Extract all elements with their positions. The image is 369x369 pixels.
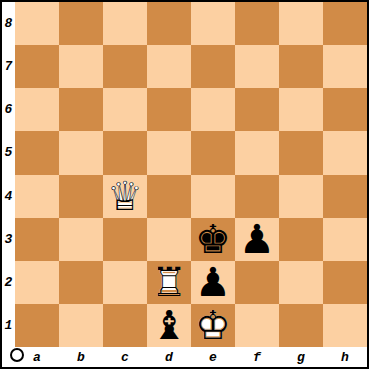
square-b2[interactable] [59,261,103,304]
square-c7[interactable] [103,45,147,88]
square-h6[interactable] [323,88,367,131]
square-d7[interactable] [147,45,191,88]
piece-black-pawn-e2[interactable]: ♟ [191,261,235,304]
square-a4[interactable] [15,175,59,218]
square-g8[interactable] [279,2,323,45]
square-f3[interactable]: ♟ [235,218,279,261]
square-f8[interactable] [235,2,279,45]
square-c6[interactable] [103,88,147,131]
square-f5[interactable] [235,131,279,174]
square-d8[interactable] [147,2,191,45]
square-h3[interactable] [323,218,367,261]
square-h1[interactable] [323,304,367,347]
square-g6[interactable] [279,88,323,131]
white-rook-glyph-outline: ♖ [151,262,187,302]
square-f2[interactable] [235,261,279,304]
square-b4[interactable] [59,175,103,218]
white-king-glyph-outline: ♔ [195,305,231,345]
rank-label-1: 1 [2,304,15,347]
square-a3[interactable] [15,218,59,261]
piece-white-queen-c4[interactable]: ♛♕ [103,175,147,218]
square-e7[interactable] [191,45,235,88]
square-h5[interactable] [323,131,367,174]
square-d6[interactable] [147,88,191,131]
file-label-f: f [235,347,279,367]
white-to-move-indicator [10,348,24,362]
square-c3[interactable] [103,218,147,261]
piece-black-king-e3[interactable]: ♚ [191,218,235,261]
square-g2[interactable] [279,261,323,304]
square-d5[interactable] [147,131,191,174]
square-f4[interactable] [235,175,279,218]
white-queen-glyph-outline: ♕ [107,176,143,216]
square-c5[interactable] [103,131,147,174]
rank-label-3: 3 [2,218,15,261]
file-label-c: c [103,347,147,367]
square-e2[interactable]: ♟ [191,261,235,304]
rank-label-5: 5 [2,131,15,174]
piece-black-bishop-d1[interactable]: ♝ [147,304,191,347]
file-label-h: h [323,347,367,367]
square-g3[interactable] [279,218,323,261]
square-a8[interactable] [15,2,59,45]
square-c4[interactable]: ♛♕ [103,175,147,218]
file-label-b: b [59,347,103,367]
square-g5[interactable] [279,131,323,174]
square-d3[interactable] [147,218,191,261]
rank-label-4: 4 [2,175,15,218]
square-e5[interactable] [191,131,235,174]
square-a7[interactable] [15,45,59,88]
chess-diagram: 87654♛♕3♚♟2♜♖♟1♝♚♔abcdefgh [0,0,369,369]
black-pawn-glyph: ♟ [239,219,275,259]
square-g1[interactable] [279,304,323,347]
square-e3[interactable]: ♚ [191,218,235,261]
square-a5[interactable] [15,131,59,174]
black-pawn-glyph: ♟ [195,262,231,302]
file-label-e: e [191,347,235,367]
square-h7[interactable] [323,45,367,88]
rank-label-7: 7 [2,45,15,88]
file-label-g: g [279,347,323,367]
square-e8[interactable] [191,2,235,45]
square-g7[interactable] [279,45,323,88]
square-e1[interactable]: ♚♔ [191,304,235,347]
square-b6[interactable] [59,88,103,131]
black-king-glyph: ♚ [195,219,231,259]
piece-white-king-e1[interactable]: ♚♔ [191,304,235,347]
rank-label-6: 6 [2,88,15,131]
square-h8[interactable] [323,2,367,45]
square-f1[interactable] [235,304,279,347]
square-d1[interactable]: ♝ [147,304,191,347]
square-e4[interactable] [191,175,235,218]
piece-white-rook-d2[interactable]: ♜♖ [147,261,191,304]
square-c8[interactable] [103,2,147,45]
square-c2[interactable] [103,261,147,304]
square-a2[interactable] [15,261,59,304]
rank-label-8: 8 [2,2,15,45]
square-d4[interactable] [147,175,191,218]
square-b5[interactable] [59,131,103,174]
square-b1[interactable] [59,304,103,347]
piece-black-pawn-f3[interactable]: ♟ [235,218,279,261]
square-b8[interactable] [59,2,103,45]
square-a6[interactable] [15,88,59,131]
square-b3[interactable] [59,218,103,261]
square-g4[interactable] [279,175,323,218]
rank-label-2: 2 [2,261,15,304]
square-a1[interactable] [15,304,59,347]
square-c1[interactable] [103,304,147,347]
file-label-d: d [147,347,191,367]
square-h2[interactable] [323,261,367,304]
square-b7[interactable] [59,45,103,88]
square-e6[interactable] [191,88,235,131]
black-bishop-glyph: ♝ [151,305,187,345]
square-h4[interactable] [323,175,367,218]
square-d2[interactable]: ♜♖ [147,261,191,304]
square-f6[interactable] [235,88,279,131]
square-f7[interactable] [235,45,279,88]
